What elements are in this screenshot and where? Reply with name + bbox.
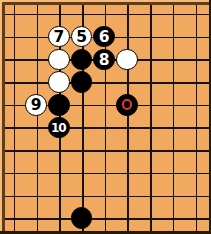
stone-glyph: 8 xyxy=(93,49,115,71)
stone-glyph xyxy=(48,71,70,93)
move-number: 9 xyxy=(31,97,42,113)
black-stone xyxy=(70,207,93,230)
stone-glyph xyxy=(48,49,70,71)
white-stone xyxy=(48,71,71,94)
stone-glyph: 10 xyxy=(48,117,70,139)
black-stone xyxy=(48,93,71,116)
black-stone-marked xyxy=(116,93,139,116)
go-diagram: 7568910 xyxy=(0,0,211,234)
stone-glyph: 7 xyxy=(48,26,70,48)
white-stone-move-5: 5 xyxy=(70,25,93,48)
stone-glyph xyxy=(71,71,93,93)
black-stone xyxy=(70,71,93,94)
circle-marker-icon xyxy=(122,99,133,110)
move-number: 6 xyxy=(99,29,110,45)
black-stone-move-10: 10 xyxy=(48,116,71,139)
black-stone-move-6: 6 xyxy=(93,25,116,48)
stone-glyph: 5 xyxy=(71,26,93,48)
white-stone-move-9: 9 xyxy=(25,93,48,116)
go-board-grid: 7568910 xyxy=(2,3,206,230)
stone-glyph xyxy=(116,94,138,116)
crop-edge-bottom xyxy=(0,231,211,234)
black-stone-move-8: 8 xyxy=(93,48,116,71)
stone-glyph xyxy=(116,49,138,71)
move-number: 5 xyxy=(76,29,87,45)
stone-glyph xyxy=(71,49,93,71)
white-stone-move-7: 7 xyxy=(48,25,71,48)
stone-glyph: 6 xyxy=(93,26,115,48)
white-stone xyxy=(48,48,71,71)
move-number: 8 xyxy=(99,52,110,68)
move-number: 10 xyxy=(51,122,66,134)
white-stone xyxy=(116,48,139,71)
black-stone xyxy=(70,48,93,71)
move-number: 7 xyxy=(53,29,64,45)
stone-glyph xyxy=(71,207,93,229)
crop-edge-right xyxy=(209,0,211,234)
stone-glyph xyxy=(48,94,70,116)
stone-glyph: 9 xyxy=(25,94,47,116)
